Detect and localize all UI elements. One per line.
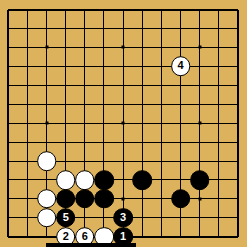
intersection[interactable] [152,189,171,208]
grid-line-horizontal [8,142,18,143]
grid-line-vertical [161,10,162,19]
grid-line-vertical [199,76,200,95]
intersection[interactable] [37,57,56,76]
grid-line-horizontal [8,85,18,86]
intersection[interactable] [190,152,209,171]
grid-line-vertical [218,76,219,95]
intersection[interactable] [152,0,171,19]
hoshi-point [198,122,201,125]
intersection[interactable] [18,0,37,19]
grid-line-vertical [46,227,47,236]
intersection[interactable] [94,152,113,171]
intersection[interactable] [190,227,209,246]
intersection[interactable] [37,38,56,57]
grid-line-vertical [46,170,47,189]
intersection[interactable] [18,189,37,208]
grid-line-vertical [142,208,143,227]
intersection[interactable] [133,38,152,57]
grid-line-vertical [218,227,219,236]
grid-line-vertical [84,95,85,114]
intersection[interactable] [37,152,56,171]
grid-line-vertical [180,19,181,38]
intersection[interactable] [171,19,190,38]
intersection[interactable] [190,208,209,227]
hoshi-point [198,197,201,200]
intersection[interactable] [209,114,228,133]
intersection[interactable] [37,208,56,227]
grid-line-vertical [180,114,181,133]
intersection[interactable] [94,57,113,76]
grid-line-vertical [199,227,200,236]
white-stone [56,170,76,190]
grid-line-vertical [65,114,66,133]
intersection[interactable] [114,76,133,95]
intersection[interactable] [152,114,171,133]
intersection[interactable] [133,76,152,95]
grid-line-vertical [7,170,9,189]
grid-line-vertical [161,76,162,95]
grid-line-vertical [7,95,9,114]
intersection[interactable] [56,57,75,76]
intersection[interactable] [171,0,190,19]
grid-line-vertical [27,227,28,236]
intersection[interactable] [171,76,190,95]
grid-line-vertical [27,38,28,57]
intersection[interactable] [228,133,247,152]
intersection[interactable] [133,114,152,133]
intersection[interactable] [190,170,209,189]
grid-line-vertical [27,208,28,227]
intersection[interactable] [228,227,247,246]
grid-line-vertical [161,133,162,152]
move-number: 5 [63,212,69,223]
intersection[interactable] [75,38,94,57]
grid-line-vertical [142,133,143,152]
grid-line-vertical [46,95,47,114]
grid-line-vertical [142,152,143,171]
grid-line-vertical [180,208,181,227]
intersection[interactable] [0,133,18,152]
grid-line-vertical [84,19,85,38]
intersection[interactable] [228,189,247,208]
intersection[interactable] [75,76,94,95]
grid-line-vertical [65,10,66,19]
intersection[interactable] [133,57,152,76]
intersection[interactable] [209,208,228,227]
intersection[interactable] [18,152,37,171]
grid-line-vertical [218,189,219,208]
intersection[interactable] [18,208,37,227]
move-number: 2 [63,231,69,242]
grid-line-vertical [123,76,124,95]
grid-line-horizontal [8,9,18,11]
intersection[interactable] [56,152,75,171]
grid-line-vertical [142,95,143,114]
intersection[interactable] [133,208,152,227]
intersection[interactable] [171,227,190,246]
intersection[interactable] [94,133,113,152]
grid-line-vertical [161,189,162,208]
hoshi-point [122,122,125,125]
board-grid: 453261 [0,0,247,246]
grid-line-vertical [27,57,28,76]
grid-line-vertical [84,10,85,19]
grid-line-vertical [27,133,28,152]
grid-line-vertical [142,19,143,38]
grid-line-horizontal [8,236,18,238]
intersection[interactable] [171,152,190,171]
grid-line-vertical [103,10,104,19]
intersection[interactable] [94,170,113,189]
grid-line-vertical [27,152,28,171]
move-number: 1 [120,231,126,242]
grid-line-horizontal [8,28,18,29]
intersection[interactable] [37,133,56,152]
intersection[interactable] [18,19,37,38]
intersection[interactable] [0,19,18,38]
intersection[interactable] [228,57,247,76]
grid-line-vertical [7,189,9,208]
intersection[interactable] [0,114,18,133]
grid-line-vertical [237,170,239,189]
intersection[interactable] [190,19,209,38]
intersection[interactable] [18,133,37,152]
grid-line-vertical [7,57,9,76]
intersection[interactable] [94,95,113,114]
intersection[interactable] [228,38,247,57]
intersection[interactable] [75,189,94,208]
grid-line-vertical [218,95,219,114]
intersection[interactable] [114,170,133,189]
grid-line-vertical [65,19,66,38]
intersection[interactable] [37,76,56,95]
intersection[interactable] [18,114,37,133]
grid-line-vertical [84,152,85,171]
intersection[interactable] [75,95,94,114]
grid-line-vertical [7,227,9,236]
intersection[interactable] [56,0,75,19]
grid-line-vertical [103,57,104,76]
grid-line-vertical [84,57,85,76]
intersection[interactable] [0,208,18,227]
grid-line-vertical [180,227,181,236]
intersection[interactable] [171,114,190,133]
white-stone [37,151,57,171]
grid-line-vertical [161,208,162,227]
go-board-diagram: 453261 [0,0,247,247]
intersection[interactable] [37,114,56,133]
intersection[interactable] [0,0,18,19]
grid-line-vertical [7,133,9,152]
grid-line-vertical [161,38,162,57]
intersection[interactable] [190,0,209,19]
intersection[interactable] [75,152,94,171]
intersection[interactable] [133,189,152,208]
intersection[interactable] [114,95,133,114]
grid-line-vertical [237,114,239,133]
grid-line-vertical [65,95,66,114]
grid-line-vertical [46,10,47,19]
intersection[interactable] [209,95,228,114]
intersection[interactable] [171,133,190,152]
white-stone [37,208,57,228]
intersection[interactable] [209,133,228,152]
grid-line-vertical [237,152,239,171]
intersection[interactable] [75,57,94,76]
intersection[interactable] [209,19,228,38]
hoshi-point [45,122,48,125]
intersection[interactable] [114,0,133,19]
intersection[interactable] [114,133,133,152]
intersection[interactable] [114,57,133,76]
grid-line-vertical [180,38,181,57]
intersection[interactable] [0,38,18,57]
grid-line-vertical [199,133,200,152]
grid-line-vertical [237,95,239,114]
grid-line-vertical [142,227,143,236]
intersection[interactable] [75,114,94,133]
grid-line-vertical [161,57,162,76]
intersection[interactable] [94,208,113,227]
intersection[interactable] [171,95,190,114]
grid-line-vertical [218,152,219,171]
intersection[interactable] [56,114,75,133]
grid-line-horizontal [8,161,18,162]
intersection[interactable] [171,38,190,57]
grid-line-vertical [199,95,200,114]
intersection[interactable] [190,114,209,133]
grid-line-vertical [161,152,162,171]
intersection[interactable] [37,19,56,38]
grid-line-vertical [199,152,200,171]
intersection[interactable] [190,38,209,57]
intersection[interactable] [94,19,113,38]
intersection[interactable] [94,38,113,57]
intersection[interactable] [18,38,37,57]
intersection[interactable] [0,152,18,171]
intersection[interactable] [228,152,247,171]
grid-line-vertical [218,57,219,76]
intersection[interactable] [18,76,37,95]
grid-line-vertical [161,19,162,38]
grid-line-vertical [161,95,162,114]
intersection[interactable] [56,19,75,38]
intersection[interactable] [152,170,171,189]
grid-line-vertical [199,19,200,38]
intersection[interactable] [171,170,190,189]
grid-line-vertical [123,19,124,38]
grid-line-vertical [103,19,104,38]
intersection[interactable] [209,57,228,76]
black-stone [132,170,152,190]
grid-line-vertical [142,76,143,95]
intersection[interactable] [56,170,75,189]
intersection[interactable] [228,170,247,189]
intersection[interactable] [18,170,37,189]
grid-line-vertical [27,10,28,19]
intersection[interactable] [37,95,56,114]
intersection[interactable] [171,189,190,208]
intersection[interactable] [94,0,113,19]
grid-line-vertical [142,10,143,19]
intersection[interactable] [114,152,133,171]
intersection[interactable] [56,189,75,208]
grid-line-vertical [218,170,219,189]
intersection[interactable] [75,19,94,38]
intersection[interactable] [209,76,228,95]
intersection[interactable] [0,57,18,76]
grid-line-vertical [218,208,219,227]
intersection[interactable] [228,19,247,38]
grid-line-vertical [84,114,85,133]
grid-line-vertical [237,208,239,227]
intersection[interactable] [0,76,18,95]
intersection[interactable] [152,76,171,95]
intersection[interactable] [152,208,171,227]
grid-line-vertical [123,133,124,152]
intersection[interactable] [37,189,56,208]
intersection[interactable] [114,114,133,133]
grid-line-vertical [180,10,181,19]
intersection[interactable] [75,0,94,19]
grid-line-vertical [27,95,28,114]
grid-line-vertical [27,114,28,133]
intersection[interactable] [152,95,171,114]
grid-line-vertical [46,19,47,38]
intersection[interactable] [114,189,133,208]
grid-line-vertical [65,38,66,57]
grid-line-vertical [123,57,124,76]
intersection[interactable] [209,170,228,189]
intersection[interactable] [133,0,152,19]
grid-line-vertical [103,208,104,227]
intersection[interactable]: 4 [171,57,190,76]
grid-line-vertical [180,95,181,114]
grid-line-vertical [237,10,239,19]
intersection[interactable] [228,95,247,114]
grid-line-vertical [103,76,104,95]
intersection[interactable]: 5 [56,208,75,227]
intersection[interactable] [190,189,209,208]
grid-line-vertical [218,10,219,19]
intersection[interactable] [18,95,37,114]
intersection[interactable] [228,208,247,227]
intersection[interactable] [18,227,37,246]
white-stone [37,189,57,209]
intersection[interactable] [114,19,133,38]
grid-line-vertical [142,57,143,76]
grid-line-vertical [7,19,9,38]
intersection[interactable] [133,95,152,114]
intersection[interactable] [209,189,228,208]
grid-line-vertical [27,170,28,189]
intersection[interactable] [0,95,18,114]
grid-line-vertical [84,38,85,57]
intersection[interactable] [0,189,18,208]
intersection[interactable] [209,38,228,57]
grid-line-vertical [199,10,200,19]
grid-line-vertical [180,170,181,189]
intersection[interactable] [133,152,152,171]
black-stone: 3 [113,208,133,228]
intersection[interactable] [152,227,171,246]
hoshi-point [122,197,125,200]
intersection[interactable] [209,227,228,246]
intersection[interactable] [209,0,228,19]
intersection[interactable] [133,170,152,189]
black-stone [56,189,76,209]
hoshi-point [198,46,201,49]
intersection[interactable] [94,189,113,208]
intersection[interactable] [228,76,247,95]
grid-line-horizontal [8,123,18,124]
grid-line-vertical [237,19,239,38]
intersection[interactable] [75,208,94,227]
intersection[interactable] [37,0,56,19]
move-number: 6 [82,231,88,242]
intersection[interactable] [152,38,171,57]
intersection[interactable] [0,227,18,246]
grid-line-vertical [161,170,162,189]
black-stone [190,170,210,190]
intersection[interactable] [18,57,37,76]
hoshi-point [122,46,125,49]
grid-line-vertical [142,114,143,133]
grid-line-vertical [161,227,162,236]
intersection[interactable] [209,152,228,171]
black-stone [94,189,114,209]
grid-line-vertical [46,57,47,76]
intersection[interactable] [0,170,18,189]
intersection[interactable] [56,38,75,57]
intersection[interactable] [152,133,171,152]
intersection[interactable] [94,114,113,133]
grid-line-horizontal [8,66,18,67]
intersection[interactable] [94,76,113,95]
grid-line-vertical [65,76,66,95]
grid-line-vertical [65,57,66,76]
grid-line-vertical [142,189,143,208]
intersection[interactable] [56,95,75,114]
intersection[interactable] [190,133,209,152]
hoshi-point [45,46,48,49]
intersection[interactable] [75,170,94,189]
intersection[interactable] [152,57,171,76]
intersection[interactable] [171,208,190,227]
intersection[interactable]: 3 [114,208,133,227]
intersection[interactable] [56,133,75,152]
intersection[interactable] [133,133,152,152]
grid-line-vertical [7,10,9,19]
grid-line-vertical [237,133,239,152]
intersection[interactable] [190,95,209,114]
intersection[interactable] [228,114,247,133]
intersection[interactable] [75,133,94,152]
grid-line-horizontal [8,198,18,199]
intersection[interactable] [152,19,171,38]
intersection[interactable] [190,76,209,95]
intersection[interactable] [114,38,133,57]
intersection[interactable] [152,152,171,171]
intersection[interactable] [228,0,247,19]
grid-line-vertical [103,38,104,57]
grid-line-vertical [7,114,9,133]
intersection[interactable] [190,57,209,76]
intersection[interactable] [37,170,56,189]
intersection[interactable] [133,19,152,38]
intersection[interactable] [56,76,75,95]
grid-line-horizontal [8,47,18,48]
